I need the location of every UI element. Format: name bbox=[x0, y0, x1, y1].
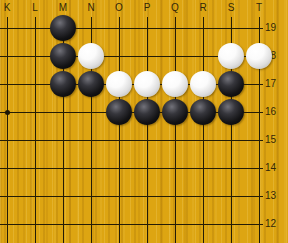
column-label-T: T bbox=[249, 2, 269, 14]
grid-line-row-12 bbox=[0, 224, 263, 225]
grid-line-row-19 bbox=[0, 28, 263, 29]
black-stone-M19 bbox=[50, 15, 76, 41]
grid-line-col-L bbox=[35, 17, 36, 243]
black-stone-P16 bbox=[134, 99, 160, 125]
grid-line-col-Q bbox=[175, 17, 176, 243]
row-label-14: 14 bbox=[265, 162, 287, 174]
white-stone-O17 bbox=[106, 71, 132, 97]
row-label-17: 17 bbox=[265, 78, 287, 90]
grid-line-col-K bbox=[7, 17, 8, 243]
grid-line-col-P bbox=[147, 17, 148, 243]
grid-line-col-R bbox=[203, 17, 204, 243]
grid-line-col-O bbox=[119, 17, 120, 243]
black-stone-Q16 bbox=[162, 99, 188, 125]
row-label-15: 15 bbox=[265, 134, 287, 146]
column-label-S: S bbox=[221, 2, 241, 14]
white-stone-S18 bbox=[218, 43, 244, 69]
white-stone-N18 bbox=[78, 43, 104, 69]
star-point-K16 bbox=[5, 110, 10, 115]
column-label-M: M bbox=[53, 2, 73, 14]
go-board-screenshot: KLMNOPQRST 1918171615141312 bbox=[0, 0, 288, 243]
black-stone-N17 bbox=[78, 71, 104, 97]
column-label-P: P bbox=[137, 2, 157, 14]
row-label-19: 19 bbox=[265, 22, 287, 34]
grid-line-row-15 bbox=[0, 140, 263, 141]
white-stone-P17 bbox=[134, 71, 160, 97]
column-label-L: L bbox=[25, 2, 45, 14]
black-stone-O16 bbox=[106, 99, 132, 125]
board-surface[interactable]: KLMNOPQRST 1918171615141312 bbox=[0, 0, 288, 243]
column-label-R: R bbox=[193, 2, 213, 14]
row-label-16: 16 bbox=[265, 106, 287, 118]
black-stone-S16 bbox=[218, 99, 244, 125]
row-label-12: 12 bbox=[265, 218, 287, 230]
column-label-N: N bbox=[81, 2, 101, 14]
row-label-13: 13 bbox=[265, 190, 287, 202]
column-label-Q: Q bbox=[165, 2, 185, 14]
grid-line-row-13 bbox=[0, 196, 263, 197]
column-label-O: O bbox=[109, 2, 129, 14]
black-stone-M18 bbox=[50, 43, 76, 69]
white-stone-R17 bbox=[190, 71, 216, 97]
white-stone-Q17 bbox=[162, 71, 188, 97]
black-stone-M17 bbox=[50, 71, 76, 97]
white-stone-T18 bbox=[246, 43, 272, 69]
black-stone-S17 bbox=[218, 71, 244, 97]
column-label-K: K bbox=[0, 2, 17, 14]
black-stone-R16 bbox=[190, 99, 216, 125]
grid-line-row-14 bbox=[0, 168, 263, 169]
